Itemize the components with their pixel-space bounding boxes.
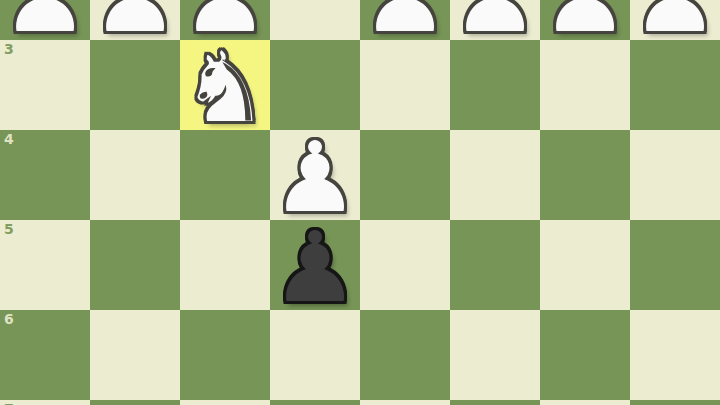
square-d3[interactable] bbox=[360, 40, 450, 130]
square-h3[interactable]: 3 bbox=[0, 40, 90, 130]
square-g4[interactable] bbox=[90, 130, 180, 220]
white-pawn-piece[interactable]: ♟ bbox=[540, 0, 630, 40]
square-g2[interactable]: ♟ bbox=[90, 0, 180, 40]
black-pawn-piece[interactable]: ♟ bbox=[450, 400, 540, 405]
square-d5[interactable] bbox=[360, 220, 450, 310]
square-c6[interactable] bbox=[450, 310, 540, 400]
square-e2[interactable] bbox=[270, 0, 360, 40]
square-e7[interactable] bbox=[270, 400, 360, 405]
rank-label-5: 5 bbox=[4, 222, 14, 236]
square-e3[interactable] bbox=[270, 40, 360, 130]
white-pawn-piece[interactable]: ♟ bbox=[90, 0, 180, 40]
square-b6[interactable] bbox=[540, 310, 630, 400]
rank-label-4: 4 bbox=[4, 132, 14, 146]
square-c7[interactable]: ♟ bbox=[450, 400, 540, 405]
square-h4[interactable]: 4 bbox=[0, 130, 90, 220]
square-h5[interactable]: 5 bbox=[0, 220, 90, 310]
square-c3[interactable] bbox=[450, 40, 540, 130]
rank-label-6: 6 bbox=[4, 312, 14, 326]
chess-board[interactable]: 1♜♝♚♛♝♞♜2♟♟♟♟♟♟♟3♞4♟5♟67♟♟♟♟♟♟♟8♜♞♝♚♛♝♞♜ bbox=[0, 0, 720, 405]
black-pawn-piece[interactable]: ♟ bbox=[90, 400, 180, 405]
black-pawn-piece[interactable]: ♟ bbox=[540, 400, 630, 405]
black-pawn-piece[interactable]: ♟ bbox=[360, 400, 450, 405]
square-b2[interactable]: ♟ bbox=[540, 0, 630, 40]
square-g5[interactable] bbox=[90, 220, 180, 310]
square-g7[interactable]: ♟ bbox=[90, 400, 180, 405]
square-d4[interactable] bbox=[360, 130, 450, 220]
square-h6[interactable]: 6 bbox=[0, 310, 90, 400]
square-b5[interactable] bbox=[540, 220, 630, 310]
black-pawn-piece[interactable]: ♟ bbox=[270, 220, 360, 310]
square-g6[interactable] bbox=[90, 310, 180, 400]
square-d6[interactable] bbox=[360, 310, 450, 400]
square-f4[interactable] bbox=[180, 130, 270, 220]
square-e5[interactable]: ♟ bbox=[270, 220, 360, 310]
square-a3[interactable] bbox=[630, 40, 720, 130]
square-f6[interactable] bbox=[180, 310, 270, 400]
square-a5[interactable] bbox=[630, 220, 720, 310]
square-e6[interactable] bbox=[270, 310, 360, 400]
square-h7[interactable]: 7♟ bbox=[0, 400, 90, 405]
black-pawn-piece[interactable]: ♟ bbox=[180, 400, 270, 405]
square-c5[interactable] bbox=[450, 220, 540, 310]
white-pawn-piece[interactable]: ♟ bbox=[630, 0, 720, 40]
square-f5[interactable] bbox=[180, 220, 270, 310]
square-a4[interactable] bbox=[630, 130, 720, 220]
white-pawn-piece[interactable]: ♟ bbox=[450, 0, 540, 40]
square-d2[interactable]: ♟ bbox=[360, 0, 450, 40]
black-pawn-piece[interactable]: ♟ bbox=[630, 400, 720, 405]
white-pawn-piece[interactable]: ♟ bbox=[270, 130, 360, 220]
square-h2[interactable]: 2♟ bbox=[0, 0, 90, 40]
black-pawn-piece[interactable]: ♟ bbox=[0, 400, 90, 405]
square-d7[interactable]: ♟ bbox=[360, 400, 450, 405]
square-c2[interactable]: ♟ bbox=[450, 0, 540, 40]
square-b4[interactable] bbox=[540, 130, 630, 220]
square-b3[interactable] bbox=[540, 40, 630, 130]
white-knight-piece[interactable]: ♞ bbox=[180, 40, 270, 130]
square-a7[interactable]: ♟ bbox=[630, 400, 720, 405]
square-g3[interactable] bbox=[90, 40, 180, 130]
square-e4[interactable]: ♟ bbox=[270, 130, 360, 220]
square-a6[interactable] bbox=[630, 310, 720, 400]
square-f3[interactable]: ♞ bbox=[180, 40, 270, 130]
square-c4[interactable] bbox=[450, 130, 540, 220]
white-pawn-piece[interactable]: ♟ bbox=[0, 0, 90, 40]
rank-label-3: 3 bbox=[4, 42, 14, 56]
square-f7[interactable]: ♟ bbox=[180, 400, 270, 405]
square-b7[interactable]: ♟ bbox=[540, 400, 630, 405]
white-pawn-piece[interactable]: ♟ bbox=[360, 0, 450, 40]
board-viewport: 1♜♝♚♛♝♞♜2♟♟♟♟♟♟♟3♞4♟5♟67♟♟♟♟♟♟♟8♜♞♝♚♛♝♞♜ bbox=[0, 0, 720, 405]
square-a2[interactable]: ♟ bbox=[630, 0, 720, 40]
